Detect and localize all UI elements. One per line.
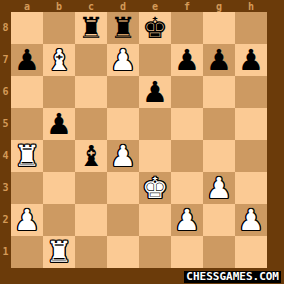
square-e2[interactable]	[139, 204, 171, 236]
rank-label-5: 5	[0, 108, 11, 140]
rank-label-4: 4	[0, 140, 11, 172]
rank-label-6: 6	[0, 76, 11, 108]
square-c5[interactable]	[75, 108, 107, 140]
square-f3[interactable]	[171, 172, 203, 204]
square-e3[interactable]: ♚	[139, 172, 171, 204]
piece-white-bishop: ♝	[46, 44, 72, 76]
square-g4[interactable]	[203, 140, 235, 172]
piece-white-pawn: ♟	[238, 204, 264, 236]
square-b8[interactable]	[43, 12, 75, 44]
square-h8[interactable]	[235, 12, 267, 44]
square-f1[interactable]	[171, 236, 203, 268]
square-e6[interactable]: ♟	[139, 76, 171, 108]
square-h5[interactable]	[235, 108, 267, 140]
piece-black-pawn: ♟	[46, 108, 72, 140]
file-label-f: f	[171, 1, 203, 12]
square-a2[interactable]: ♟	[11, 204, 43, 236]
square-c4[interactable]: ♝	[75, 140, 107, 172]
square-d2[interactable]	[107, 204, 139, 236]
square-g8[interactable]	[203, 12, 235, 44]
square-f6[interactable]	[171, 76, 203, 108]
square-e4[interactable]	[139, 140, 171, 172]
piece-white-king: ♚	[142, 172, 168, 204]
square-c2[interactable]	[75, 204, 107, 236]
file-label-b: b	[43, 1, 75, 12]
square-d4[interactable]: ♟	[107, 140, 139, 172]
rank-label-2: 2	[0, 204, 11, 236]
piece-black-pawn: ♟	[238, 44, 264, 76]
square-a1[interactable]	[11, 236, 43, 268]
rank-labels: 87654321	[0, 12, 11, 268]
square-c7[interactable]	[75, 44, 107, 76]
piece-white-rook: ♜	[14, 140, 40, 172]
file-labels: abcdefgh	[11, 1, 267, 12]
square-h7[interactable]: ♟	[235, 44, 267, 76]
square-f4[interactable]	[171, 140, 203, 172]
piece-black-bishop: ♝	[78, 140, 104, 172]
rank-label-7: 7	[0, 44, 11, 76]
square-c1[interactable]	[75, 236, 107, 268]
square-d1[interactable]	[107, 236, 139, 268]
square-f2[interactable]: ♟	[171, 204, 203, 236]
piece-black-pawn: ♟	[206, 44, 232, 76]
square-d6[interactable]	[107, 76, 139, 108]
square-a6[interactable]	[11, 76, 43, 108]
piece-black-pawn: ♟	[142, 76, 168, 108]
board: ♜♜♚♟♝♟♟♟♟♟♟♜♝♟♚♟♟♟♟♜	[11, 12, 267, 268]
square-e7[interactable]	[139, 44, 171, 76]
square-c3[interactable]	[75, 172, 107, 204]
rank-label-1: 1	[0, 236, 11, 268]
square-a4[interactable]: ♜	[11, 140, 43, 172]
square-b2[interactable]	[43, 204, 75, 236]
square-a7[interactable]: ♟	[11, 44, 43, 76]
square-h6[interactable]	[235, 76, 267, 108]
square-h2[interactable]: ♟	[235, 204, 267, 236]
square-d7[interactable]: ♟	[107, 44, 139, 76]
piece-white-pawn: ♟	[14, 204, 40, 236]
square-f8[interactable]	[171, 12, 203, 44]
square-b7[interactable]: ♝	[43, 44, 75, 76]
square-d5[interactable]	[107, 108, 139, 140]
square-h4[interactable]	[235, 140, 267, 172]
square-g6[interactable]	[203, 76, 235, 108]
piece-white-pawn: ♟	[110, 44, 136, 76]
piece-black-rook: ♜	[78, 12, 104, 44]
square-d3[interactable]	[107, 172, 139, 204]
square-e5[interactable]	[139, 108, 171, 140]
site-badge: CHESSGAMES.COM	[184, 271, 281, 283]
square-h3[interactable]	[235, 172, 267, 204]
square-d8[interactable]: ♜	[107, 12, 139, 44]
square-g3[interactable]: ♟	[203, 172, 235, 204]
piece-white-rook: ♜	[46, 236, 72, 268]
piece-black-king: ♚	[142, 12, 168, 44]
square-e1[interactable]	[139, 236, 171, 268]
square-b4[interactable]	[43, 140, 75, 172]
square-f5[interactable]	[171, 108, 203, 140]
square-f7[interactable]: ♟	[171, 44, 203, 76]
rank-label-3: 3	[0, 172, 11, 204]
square-a5[interactable]	[11, 108, 43, 140]
square-g1[interactable]	[203, 236, 235, 268]
square-e8[interactable]: ♚	[139, 12, 171, 44]
piece-white-pawn: ♟	[206, 172, 232, 204]
square-c6[interactable]	[75, 76, 107, 108]
square-g5[interactable]	[203, 108, 235, 140]
file-label-a: a	[11, 1, 43, 12]
square-b5[interactable]: ♟	[43, 108, 75, 140]
square-c8[interactable]: ♜	[75, 12, 107, 44]
piece-white-pawn: ♟	[174, 204, 200, 236]
square-h1[interactable]	[235, 236, 267, 268]
square-b3[interactable]	[43, 172, 75, 204]
square-a3[interactable]	[11, 172, 43, 204]
chess-diagram: abcdefgh 87654321 ♜♜♚♟♝♟♟♟♟♟♟♜♝♟♚♟♟♟♟♜ C…	[0, 0, 284, 284]
square-a8[interactable]	[11, 12, 43, 44]
file-label-h: h	[235, 1, 267, 12]
square-g2[interactable]	[203, 204, 235, 236]
square-b6[interactable]	[43, 76, 75, 108]
piece-black-pawn: ♟	[14, 44, 40, 76]
rank-label-8: 8	[0, 12, 11, 44]
piece-black-pawn: ♟	[174, 44, 200, 76]
square-g7[interactable]: ♟	[203, 44, 235, 76]
piece-black-rook: ♜	[110, 12, 136, 44]
file-label-g: g	[203, 1, 235, 12]
piece-white-pawn: ♟	[110, 140, 136, 172]
square-b1[interactable]: ♜	[43, 236, 75, 268]
